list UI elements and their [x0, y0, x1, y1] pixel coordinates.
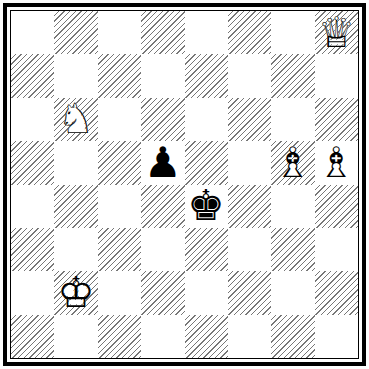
square-d5[interactable]: ♟: [141, 141, 184, 184]
white-king-glyph: ♔: [57, 272, 95, 314]
square-e8[interactable]: [185, 11, 228, 54]
square-b3[interactable]: [54, 228, 97, 271]
square-c2[interactable]: [98, 271, 141, 314]
white-bishop-glyph: ♗: [317, 142, 355, 184]
square-c3[interactable]: [98, 228, 141, 271]
square-g2[interactable]: [271, 271, 314, 314]
square-a7[interactable]: [11, 54, 54, 97]
square-a6[interactable]: [11, 98, 54, 141]
square-g5[interactable]: ♝♗: [271, 141, 314, 184]
black-pawn-d5[interactable]: ♟: [141, 141, 184, 184]
square-a5[interactable]: [11, 141, 54, 184]
white-bishop-h5[interactable]: ♝♗: [315, 141, 358, 184]
square-g1[interactable]: [271, 315, 314, 358]
square-g6[interactable]: [271, 98, 314, 141]
square-d6[interactable]: [141, 98, 184, 141]
square-d8[interactable]: [141, 11, 184, 54]
square-e2[interactable]: [185, 271, 228, 314]
square-f3[interactable]: [228, 228, 271, 271]
square-a4[interactable]: [11, 185, 54, 228]
square-g4[interactable]: [271, 185, 314, 228]
square-e5[interactable]: [185, 141, 228, 184]
square-f8[interactable]: [228, 11, 271, 54]
square-c8[interactable]: [98, 11, 141, 54]
board-inner-border: ♛♕♞♘♟♝♗♝♗♚♚♔: [10, 10, 359, 359]
square-g8[interactable]: [271, 11, 314, 54]
white-queen-glyph: ♕: [317, 12, 355, 54]
square-f2[interactable]: [228, 271, 271, 314]
square-c5[interactable]: [98, 141, 141, 184]
white-bishop-g5[interactable]: ♝♗: [271, 141, 314, 184]
square-a8[interactable]: [11, 11, 54, 54]
black-pawn-glyph: ♟: [144, 142, 182, 184]
square-b8[interactable]: [54, 11, 97, 54]
square-c4[interactable]: [98, 185, 141, 228]
black-king-e4[interactable]: ♚: [185, 185, 228, 228]
square-a3[interactable]: [11, 228, 54, 271]
square-e7[interactable]: [185, 54, 228, 97]
chess-board: ♛♕♞♘♟♝♗♝♗♚♚♔: [11, 11, 358, 358]
square-d2[interactable]: [141, 271, 184, 314]
square-b4[interactable]: [54, 185, 97, 228]
board-frame: ♛♕♞♘♟♝♗♝♗♚♚♔: [3, 3, 366, 366]
square-e1[interactable]: [185, 315, 228, 358]
square-d3[interactable]: [141, 228, 184, 271]
square-d1[interactable]: [141, 315, 184, 358]
square-b2[interactable]: ♚♔: [54, 271, 97, 314]
square-b1[interactable]: [54, 315, 97, 358]
square-d4[interactable]: [141, 185, 184, 228]
white-queen-h8[interactable]: ♛♕: [315, 11, 358, 54]
square-h2[interactable]: [315, 271, 358, 314]
square-f6[interactable]: [228, 98, 271, 141]
square-d7[interactable]: [141, 54, 184, 97]
square-g7[interactable]: [271, 54, 314, 97]
square-f5[interactable]: [228, 141, 271, 184]
square-h4[interactable]: [315, 185, 358, 228]
square-c7[interactable]: [98, 54, 141, 97]
square-g3[interactable]: [271, 228, 314, 271]
square-e3[interactable]: [185, 228, 228, 271]
square-e4[interactable]: ♚: [185, 185, 228, 228]
square-h8[interactable]: ♛♕: [315, 11, 358, 54]
square-f1[interactable]: [228, 315, 271, 358]
square-a1[interactable]: [11, 315, 54, 358]
square-a2[interactable]: [11, 271, 54, 314]
square-h6[interactable]: [315, 98, 358, 141]
white-knight-glyph: ♘: [57, 98, 95, 140]
chess-diagram: ♛♕♞♘♟♝♗♝♗♚♚♔: [0, 0, 369, 369]
square-h7[interactable]: [315, 54, 358, 97]
square-b5[interactable]: [54, 141, 97, 184]
white-king-b2[interactable]: ♚♔: [54, 271, 97, 314]
square-h5[interactable]: ♝♗: [315, 141, 358, 184]
square-f4[interactable]: [228, 185, 271, 228]
square-c6[interactable]: [98, 98, 141, 141]
square-b7[interactable]: [54, 54, 97, 97]
white-bishop-glyph: ♗: [274, 142, 312, 184]
square-h3[interactable]: [315, 228, 358, 271]
square-b6[interactable]: ♞♘: [54, 98, 97, 141]
black-king-glyph: ♚: [187, 185, 225, 227]
square-f7[interactable]: [228, 54, 271, 97]
white-knight-b6[interactable]: ♞♘: [54, 98, 97, 141]
square-e6[interactable]: [185, 98, 228, 141]
square-h1[interactable]: [315, 315, 358, 358]
square-c1[interactable]: [98, 315, 141, 358]
